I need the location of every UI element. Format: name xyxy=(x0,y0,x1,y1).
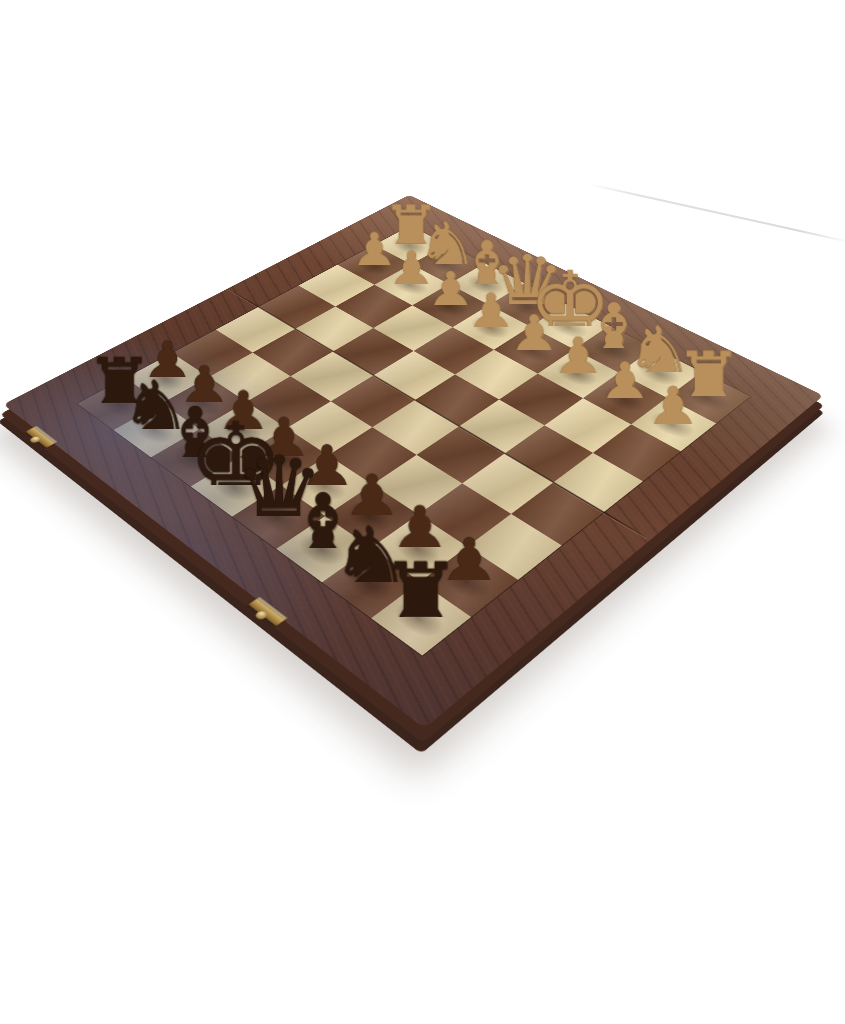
square-b3 xyxy=(545,398,631,452)
square-c6 xyxy=(372,454,463,514)
square-a8 xyxy=(371,581,472,655)
square-a2 xyxy=(631,397,717,451)
square-e6 xyxy=(286,401,372,455)
square-a7 xyxy=(420,546,518,616)
brass-latch-2 xyxy=(248,596,288,626)
square-e7 xyxy=(240,428,329,485)
square-a3 xyxy=(593,424,681,481)
square-f7 xyxy=(200,402,286,457)
square-c7 xyxy=(325,484,418,547)
square-d5 xyxy=(373,400,459,454)
square-c5 xyxy=(417,426,505,483)
square-g8 xyxy=(113,403,200,458)
square-d7 xyxy=(281,455,372,515)
square-b8 xyxy=(322,547,420,617)
scene: ♜♞♝♛♚♝♞♜♟♟♟♟♟♟♟♟♟♟♟♟♟♟♟♟♜♞♝♚♛♝♞♜ xyxy=(0,0,845,1024)
square-d8 xyxy=(232,485,325,548)
square-a6 xyxy=(467,513,562,580)
square-b4 xyxy=(505,425,593,482)
playing-area xyxy=(77,226,750,656)
chess-board: ♜♞♝♛♚♝♞♜♟♟♟♟♟♟♟♟♟♟♟♟♟♟♟♟♜♞♝♚♛♝♞♜ xyxy=(3,195,823,728)
square-e8 xyxy=(190,456,281,516)
square-f8 xyxy=(151,429,240,486)
square-a4 xyxy=(553,452,643,512)
square-d6 xyxy=(328,427,416,484)
square-c8 xyxy=(276,516,372,583)
product-photo: ♜♞♝♛♚♝♞♜♟♟♟♟♟♟♟♟♟♟♟♟♟♟♟♟♜♞♝♚♛♝♞♜ xyxy=(0,0,845,1024)
square-b7 xyxy=(371,514,466,581)
square-b6 xyxy=(418,483,511,546)
brass-latch-1 xyxy=(25,426,58,449)
square-a5 xyxy=(511,482,604,545)
square-b5 xyxy=(463,453,553,513)
square-c4 xyxy=(459,399,545,453)
